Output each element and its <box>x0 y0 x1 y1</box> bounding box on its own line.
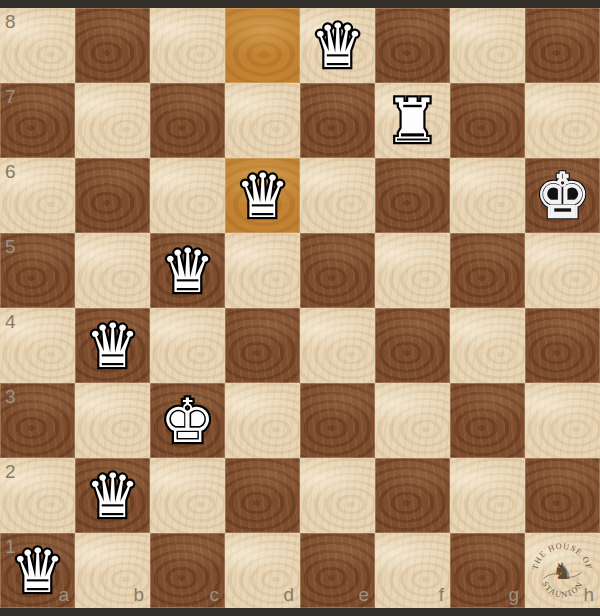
square-h7[interactable] <box>525 83 600 158</box>
square-d4[interactable] <box>225 308 300 383</box>
square-e3[interactable] <box>300 383 375 458</box>
white-queen[interactable]: ♛♛ <box>75 458 150 533</box>
square-f3[interactable] <box>375 383 450 458</box>
white-queen[interactable]: ♛♛ <box>300 8 375 83</box>
square-g3[interactable] <box>450 383 525 458</box>
square-h2[interactable] <box>525 458 600 533</box>
square-f1[interactable]: f <box>375 533 450 608</box>
frame-top-strip <box>0 0 600 8</box>
square-c7[interactable] <box>150 83 225 158</box>
square-h6[interactable]: ♚♚ <box>525 158 600 233</box>
square-d8[interactable] <box>225 8 300 83</box>
square-b4[interactable]: ♛♛ <box>75 308 150 383</box>
square-e8[interactable]: ♛♛ <box>300 8 375 83</box>
file-label-g: g <box>508 585 519 604</box>
chess-board: 8♛♛7♜♜6♛♛♚♚5♛♛4♛♛3♚♚2♛♛1a♛♛bcdefghTHE HO… <box>0 8 600 608</box>
file-label-c: c <box>210 585 220 604</box>
square-b7[interactable] <box>75 83 150 158</box>
square-a7[interactable]: 7 <box>0 83 75 158</box>
rank-label-4: 4 <box>5 312 16 331</box>
king-glyph-fill: ♚ <box>525 158 600 233</box>
square-g8[interactable] <box>450 8 525 83</box>
square-h5[interactable] <box>525 233 600 308</box>
square-c3[interactable]: ♚♚ <box>150 383 225 458</box>
square-c4[interactable] <box>150 308 225 383</box>
square-b1[interactable]: b <box>75 533 150 608</box>
white-queen[interactable]: ♛♛ <box>150 233 225 308</box>
square-f4[interactable] <box>375 308 450 383</box>
rank-label-2: 2 <box>5 462 16 481</box>
square-e5[interactable] <box>300 233 375 308</box>
square-e6[interactable] <box>300 158 375 233</box>
white-queen[interactable]: ♛♛ <box>225 158 300 233</box>
square-d5[interactable] <box>225 233 300 308</box>
rank-label-3: 3 <box>5 387 16 406</box>
file-label-e: e <box>358 585 369 604</box>
queen-glyph-fill: ♛ <box>0 533 75 608</box>
square-f7[interactable]: ♜♜ <box>375 83 450 158</box>
frame-bottom-strip <box>0 608 600 616</box>
square-g5[interactable] <box>450 233 525 308</box>
white-queen[interactable]: ♛♛ <box>0 533 75 608</box>
square-b5[interactable] <box>75 233 150 308</box>
rook-glyph-fill: ♜ <box>375 83 450 158</box>
file-label-d: d <box>283 585 294 604</box>
king-glyph-fill: ♚ <box>150 383 225 458</box>
square-d7[interactable] <box>225 83 300 158</box>
square-c5[interactable]: ♛♛ <box>150 233 225 308</box>
square-g2[interactable] <box>450 458 525 533</box>
square-e7[interactable] <box>300 83 375 158</box>
white-king[interactable]: ♚♚ <box>150 383 225 458</box>
square-f8[interactable] <box>375 8 450 83</box>
queen-glyph-fill: ♛ <box>75 308 150 383</box>
square-d2[interactable] <box>225 458 300 533</box>
square-d3[interactable] <box>225 383 300 458</box>
square-g4[interactable] <box>450 308 525 383</box>
file-label-f: f <box>439 585 444 604</box>
square-b8[interactable] <box>75 8 150 83</box>
rank-label-6: 6 <box>5 162 16 181</box>
rank-label-8: 8 <box>5 12 16 31</box>
square-a2[interactable]: 2 <box>0 458 75 533</box>
square-g7[interactable] <box>450 83 525 158</box>
square-a6[interactable]: 6 <box>0 158 75 233</box>
white-rook[interactable]: ♜♜ <box>375 83 450 158</box>
square-f2[interactable] <box>375 458 450 533</box>
square-a4[interactable]: 4 <box>0 308 75 383</box>
square-f6[interactable] <box>375 158 450 233</box>
square-h3[interactable] <box>525 383 600 458</box>
file-label-b: b <box>133 585 144 604</box>
rank-label-7: 7 <box>5 87 16 106</box>
square-d6[interactable]: ♛♛ <box>225 158 300 233</box>
square-b3[interactable] <box>75 383 150 458</box>
rank-label-5: 5 <box>5 237 16 256</box>
square-g1[interactable]: g <box>450 533 525 608</box>
square-a3[interactable]: 3 <box>0 383 75 458</box>
white-queen[interactable]: ♛♛ <box>75 308 150 383</box>
square-c8[interactable] <box>150 8 225 83</box>
square-c1[interactable]: c <box>150 533 225 608</box>
square-h1[interactable]: hTHE HOUSE OFSTAUNTON♞ <box>525 533 600 608</box>
square-a1[interactable]: 1a♛♛ <box>0 533 75 608</box>
house-of-staunton-logo: THE HOUSE OFSTAUNTON♞ <box>528 536 597 605</box>
queen-glyph-fill: ♛ <box>225 158 300 233</box>
square-b6[interactable] <box>75 158 150 233</box>
queen-glyph-fill: ♛ <box>75 458 150 533</box>
black-king[interactable]: ♚♚ <box>525 158 600 233</box>
square-h8[interactable] <box>525 8 600 83</box>
queen-glyph-fill: ♛ <box>300 8 375 83</box>
square-e4[interactable] <box>300 308 375 383</box>
square-a8[interactable]: 8 <box>0 8 75 83</box>
square-d1[interactable]: d <box>225 533 300 608</box>
knight-icon: ♞ <box>552 558 573 584</box>
square-h4[interactable] <box>525 308 600 383</box>
square-g6[interactable] <box>450 158 525 233</box>
square-f5[interactable] <box>375 233 450 308</box>
square-e2[interactable] <box>300 458 375 533</box>
board-frame: 8♛♛7♜♜6♛♛♚♚5♛♛4♛♛3♚♚2♛♛1a♛♛bcdefghTHE HO… <box>0 0 600 616</box>
square-b2[interactable]: ♛♛ <box>75 458 150 533</box>
square-e1[interactable]: e <box>300 533 375 608</box>
square-c6[interactable] <box>150 158 225 233</box>
queen-glyph-fill: ♛ <box>150 233 225 308</box>
square-c2[interactable] <box>150 458 225 533</box>
square-a5[interactable]: 5 <box>0 233 75 308</box>
